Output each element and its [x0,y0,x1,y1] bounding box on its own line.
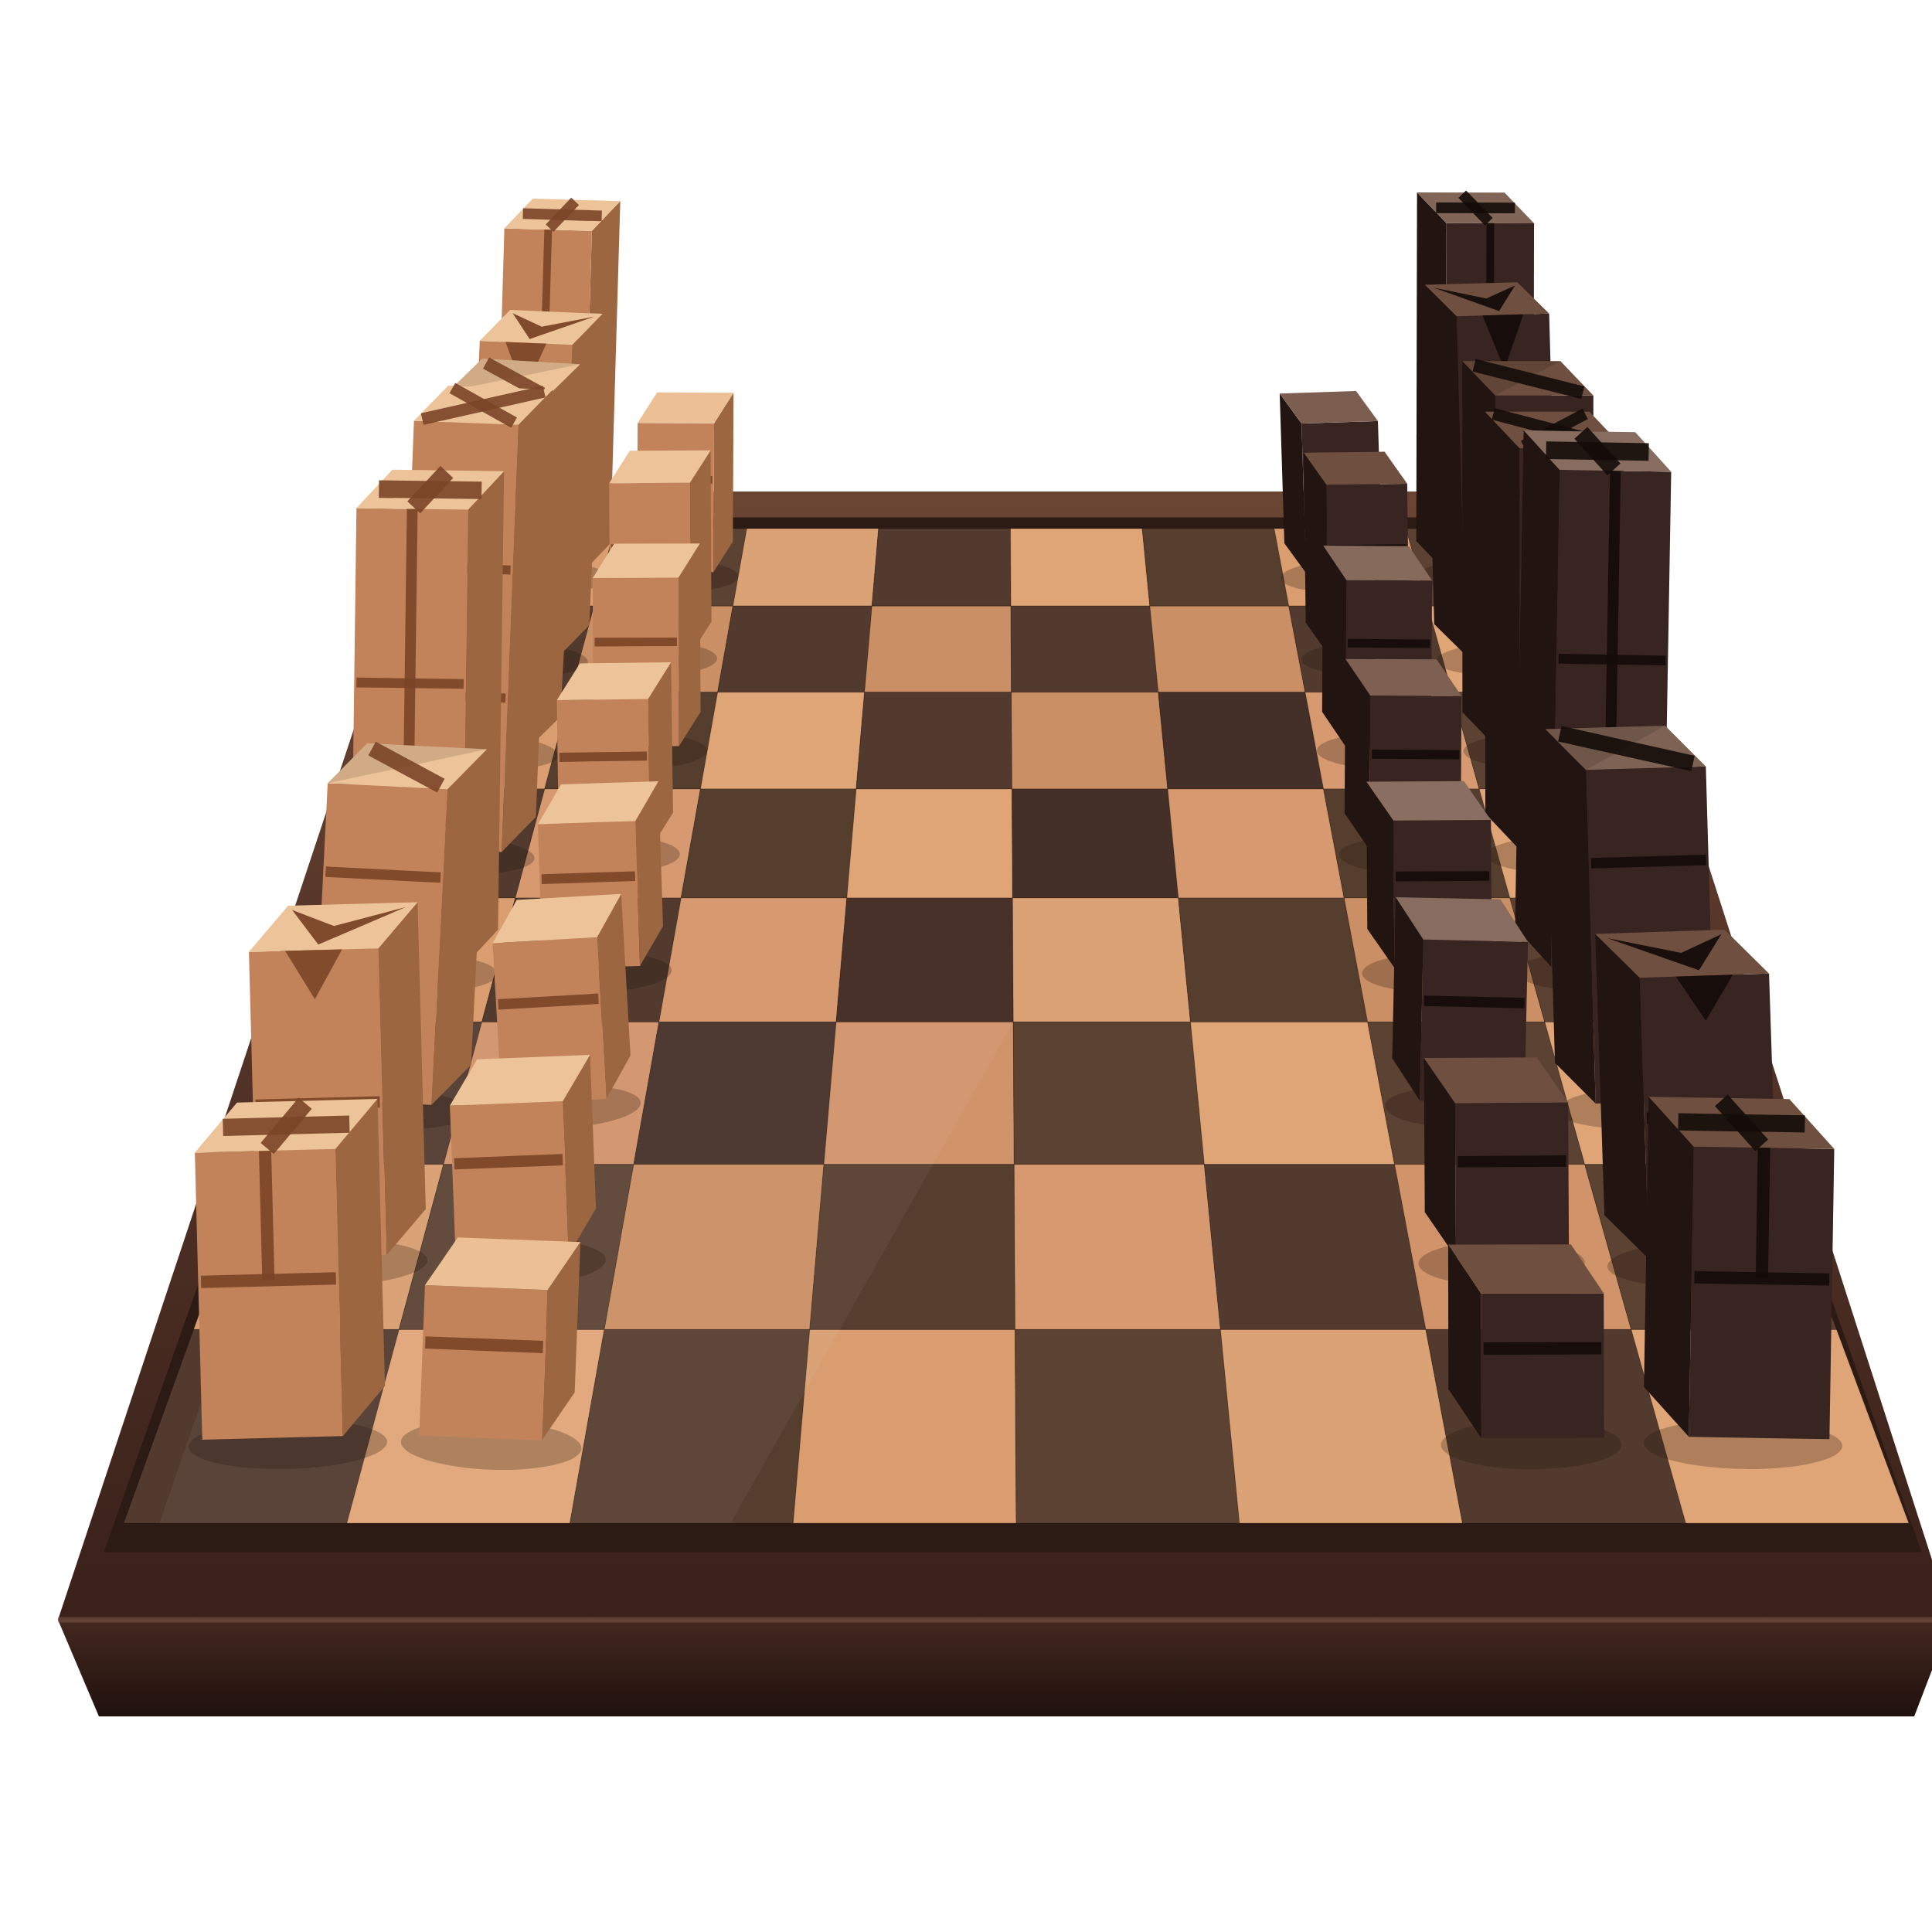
square-d5[interactable] [1012,789,1179,898]
square-a6[interactable] [1142,529,1289,606]
square-b4[interactable] [865,606,1012,692]
square-c3[interactable] [700,692,864,789]
square-a4[interactable] [872,529,1011,606]
square-a3[interactable] [733,529,879,606]
board-frame-front-edge [58,1620,1932,1716]
square-e5[interactable] [1012,898,1190,1022]
square-c4[interactable] [856,692,1012,789]
square-g6[interactable] [1204,1165,1426,1330]
square-h4[interactable] [793,1329,1016,1523]
square-f6[interactable] [1191,1022,1395,1165]
square-h5[interactable] [1015,1329,1240,1523]
square-h6[interactable] [1220,1329,1462,1523]
square-d6[interactable] [1168,789,1344,898]
square-e4[interactable] [836,898,1013,1022]
black-rook-h8[interactable] [1643,1097,1849,1471]
square-b5[interactable] [1011,606,1158,692]
square-b6[interactable] [1150,606,1305,692]
square-e3[interactable] [659,898,847,1022]
white-rook-h1[interactable] [180,1099,388,1471]
square-c5[interactable] [1012,692,1168,789]
square-b3[interactable] [718,606,872,692]
square-c6[interactable] [1158,692,1324,789]
square-e6[interactable] [1179,898,1368,1022]
square-g5[interactable] [1014,1165,1220,1330]
square-d4[interactable] [847,789,1013,898]
chess-set-photo [31,12,1932,1932]
square-f5[interactable] [1013,1022,1204,1165]
chess-board [31,12,1932,1932]
square-d3[interactable] [681,789,856,898]
square-a5[interactable] [1011,529,1150,606]
